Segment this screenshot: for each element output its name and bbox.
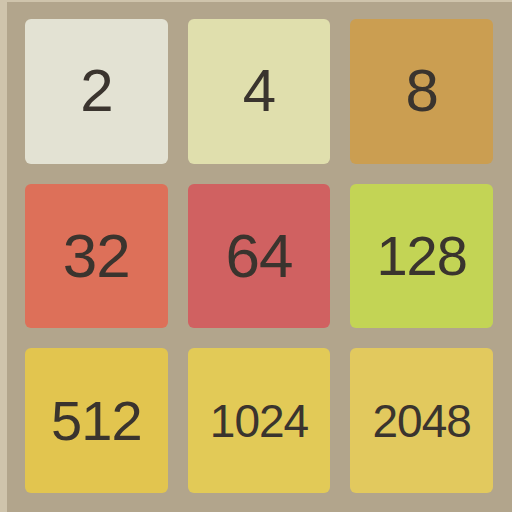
- tile-8: 8: [350, 19, 493, 164]
- tile-32: 32: [25, 184, 168, 329]
- tile-2-value: 2: [80, 61, 112, 121]
- tile-32-value: 32: [63, 225, 130, 287]
- board-edge-highlight-left: [0, 0, 7, 512]
- tile-1024: 1024: [188, 348, 331, 493]
- tile-128-value: 128: [376, 228, 466, 284]
- board-grid[interactable]: 2 4 8 32 64 128 512 1024 2048: [0, 0, 512, 512]
- tile-2048: 2048: [350, 348, 493, 493]
- tile-64: 64: [188, 184, 331, 329]
- tile-4: 4: [188, 19, 331, 164]
- board-edge-highlight-top: [0, 0, 512, 2]
- tile-2: 2: [25, 19, 168, 164]
- tile-8-value: 8: [405, 61, 437, 121]
- tile-512-value: 512: [51, 393, 141, 449]
- tile-1024-value: 1024: [210, 398, 308, 444]
- tile-4-value: 4: [243, 61, 275, 121]
- game-board-2048: 2 4 8 32 64 128 512 1024 2048: [0, 0, 512, 512]
- tile-64-value: 64: [226, 225, 293, 287]
- tile-128: 128: [350, 184, 493, 329]
- tile-512: 512: [25, 348, 168, 493]
- tile-2048-value: 2048: [372, 398, 470, 444]
